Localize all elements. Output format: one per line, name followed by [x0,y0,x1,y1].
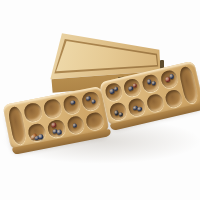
pit-front-1[interactable] [27,122,47,142]
pit-back-1[interactable] [104,82,123,102]
dark-seed [118,112,123,117]
board-half-left [3,86,110,150]
pit-back-2[interactable] [42,98,62,118]
blue-seed [137,106,142,111]
blue-seed [70,100,75,105]
pit-front-2[interactable] [46,118,66,138]
blue-seed [151,81,156,86]
pit-front-3[interactable] [66,114,86,134]
pit-back-3[interactable] [62,94,82,114]
product-photo [0,0,200,200]
blue-seed [72,123,77,128]
blue-seed [91,99,96,104]
pit-front-1[interactable] [108,101,127,121]
pit-front-3[interactable] [146,93,165,113]
pit-front-4[interactable] [164,89,183,109]
red-seed [132,83,137,88]
blue-seed [113,86,118,91]
pit-back-3[interactable] [141,73,160,93]
pit-front-2[interactable] [127,97,146,117]
pit-front-4[interactable] [85,111,105,131]
blue-seed [86,96,91,101]
blue-seed [57,130,62,135]
pit-back-4[interactable] [160,69,179,89]
pit-back-2[interactable] [122,78,141,98]
pit-back-4[interactable] [81,91,101,111]
blue-seed [169,74,174,79]
blue-seed [38,134,43,139]
red-seed [51,122,56,127]
pit-back-1[interactable] [23,102,43,122]
